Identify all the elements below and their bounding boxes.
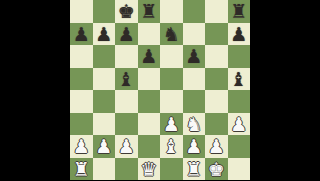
square-g3[interactable] <box>205 113 228 136</box>
square-d7[interactable] <box>138 23 161 46</box>
app-background: ♚♜♜♟♟♟♞♟♟♟♝♝♟♞♟♟♟♟♝♟♟♜♛♜♚ <box>0 0 320 180</box>
white-pawn[interactable]: ♟ <box>230 113 247 136</box>
square-d8[interactable]: ♜ <box>138 0 161 23</box>
square-h1[interactable] <box>228 158 251 181</box>
square-g5[interactable] <box>205 68 228 91</box>
black-bishop[interactable]: ♝ <box>118 68 135 91</box>
square-c7[interactable]: ♟ <box>115 23 138 46</box>
square-h3[interactable]: ♟ <box>228 113 251 136</box>
square-c2[interactable]: ♟ <box>115 135 138 158</box>
square-e1[interactable] <box>160 158 183 181</box>
square-b5[interactable] <box>93 68 116 91</box>
black-pawn[interactable]: ♟ <box>95 23 112 46</box>
square-f5[interactable] <box>183 68 206 91</box>
black-pawn[interactable]: ♟ <box>140 45 157 68</box>
white-bishop[interactable]: ♝ <box>163 135 180 158</box>
square-e7[interactable]: ♞ <box>160 23 183 46</box>
black-pawn[interactable]: ♟ <box>185 45 202 68</box>
square-f3[interactable]: ♞ <box>183 113 206 136</box>
square-a5[interactable] <box>70 68 93 91</box>
square-e4[interactable] <box>160 90 183 113</box>
square-a8[interactable] <box>70 0 93 23</box>
chess-board: ♚♜♜♟♟♟♞♟♟♟♝♝♟♞♟♟♟♟♝♟♟♜♛♜♚ <box>70 0 250 180</box>
square-b8[interactable] <box>93 0 116 23</box>
square-d4[interactable] <box>138 90 161 113</box>
square-h5[interactable]: ♝ <box>228 68 251 91</box>
square-a1[interactable]: ♜ <box>70 158 93 181</box>
square-b2[interactable]: ♟ <box>93 135 116 158</box>
white-rook[interactable]: ♜ <box>73 158 90 181</box>
square-f1[interactable]: ♜ <box>183 158 206 181</box>
square-a4[interactable] <box>70 90 93 113</box>
square-b7[interactable]: ♟ <box>93 23 116 46</box>
square-e8[interactable] <box>160 0 183 23</box>
square-b4[interactable] <box>93 90 116 113</box>
square-f7[interactable] <box>183 23 206 46</box>
square-c6[interactable] <box>115 45 138 68</box>
square-c3[interactable] <box>115 113 138 136</box>
black-rook[interactable]: ♜ <box>230 0 247 23</box>
black-rook[interactable]: ♜ <box>140 0 157 23</box>
square-g8[interactable] <box>205 0 228 23</box>
square-a2[interactable]: ♟ <box>70 135 93 158</box>
white-knight[interactable]: ♞ <box>185 113 202 136</box>
black-pawn[interactable]: ♟ <box>118 23 135 46</box>
white-pawn[interactable]: ♟ <box>163 113 180 136</box>
square-g1[interactable]: ♚ <box>205 158 228 181</box>
square-c8[interactable]: ♚ <box>115 0 138 23</box>
square-d6[interactable]: ♟ <box>138 45 161 68</box>
black-knight[interactable]: ♞ <box>163 23 180 46</box>
black-king[interactable]: ♚ <box>118 0 135 23</box>
square-h4[interactable] <box>228 90 251 113</box>
square-d5[interactable] <box>138 68 161 91</box>
square-a6[interactable] <box>70 45 93 68</box>
square-g2[interactable]: ♟ <box>205 135 228 158</box>
white-pawn[interactable]: ♟ <box>208 135 225 158</box>
square-f4[interactable] <box>183 90 206 113</box>
white-rook[interactable]: ♜ <box>185 158 202 181</box>
square-h2[interactable] <box>228 135 251 158</box>
square-a3[interactable] <box>70 113 93 136</box>
square-h6[interactable] <box>228 45 251 68</box>
square-e5[interactable] <box>160 68 183 91</box>
black-bishop[interactable]: ♝ <box>230 68 247 91</box>
black-pawn[interactable]: ♟ <box>230 23 247 46</box>
square-h8[interactable]: ♜ <box>228 0 251 23</box>
square-g7[interactable] <box>205 23 228 46</box>
white-pawn[interactable]: ♟ <box>185 135 202 158</box>
white-pawn[interactable]: ♟ <box>118 135 135 158</box>
white-queen[interactable]: ♛ <box>140 158 157 181</box>
square-h7[interactable]: ♟ <box>228 23 251 46</box>
square-d2[interactable] <box>138 135 161 158</box>
square-g6[interactable] <box>205 45 228 68</box>
square-g4[interactable] <box>205 90 228 113</box>
square-a7[interactable]: ♟ <box>70 23 93 46</box>
square-f8[interactable] <box>183 0 206 23</box>
black-pawn[interactable]: ♟ <box>73 23 90 46</box>
square-b1[interactable] <box>93 158 116 181</box>
square-c4[interactable] <box>115 90 138 113</box>
square-b3[interactable] <box>93 113 116 136</box>
square-d3[interactable] <box>138 113 161 136</box>
white-king[interactable]: ♚ <box>208 158 225 181</box>
square-b6[interactable] <box>93 45 116 68</box>
square-c5[interactable]: ♝ <box>115 68 138 91</box>
square-e6[interactable] <box>160 45 183 68</box>
square-e2[interactable]: ♝ <box>160 135 183 158</box>
square-e3[interactable]: ♟ <box>160 113 183 136</box>
white-pawn[interactable]: ♟ <box>73 135 90 158</box>
square-c1[interactable] <box>115 158 138 181</box>
square-d1[interactable]: ♛ <box>138 158 161 181</box>
white-pawn[interactable]: ♟ <box>95 135 112 158</box>
square-f2[interactable]: ♟ <box>183 135 206 158</box>
square-f6[interactable]: ♟ <box>183 45 206 68</box>
